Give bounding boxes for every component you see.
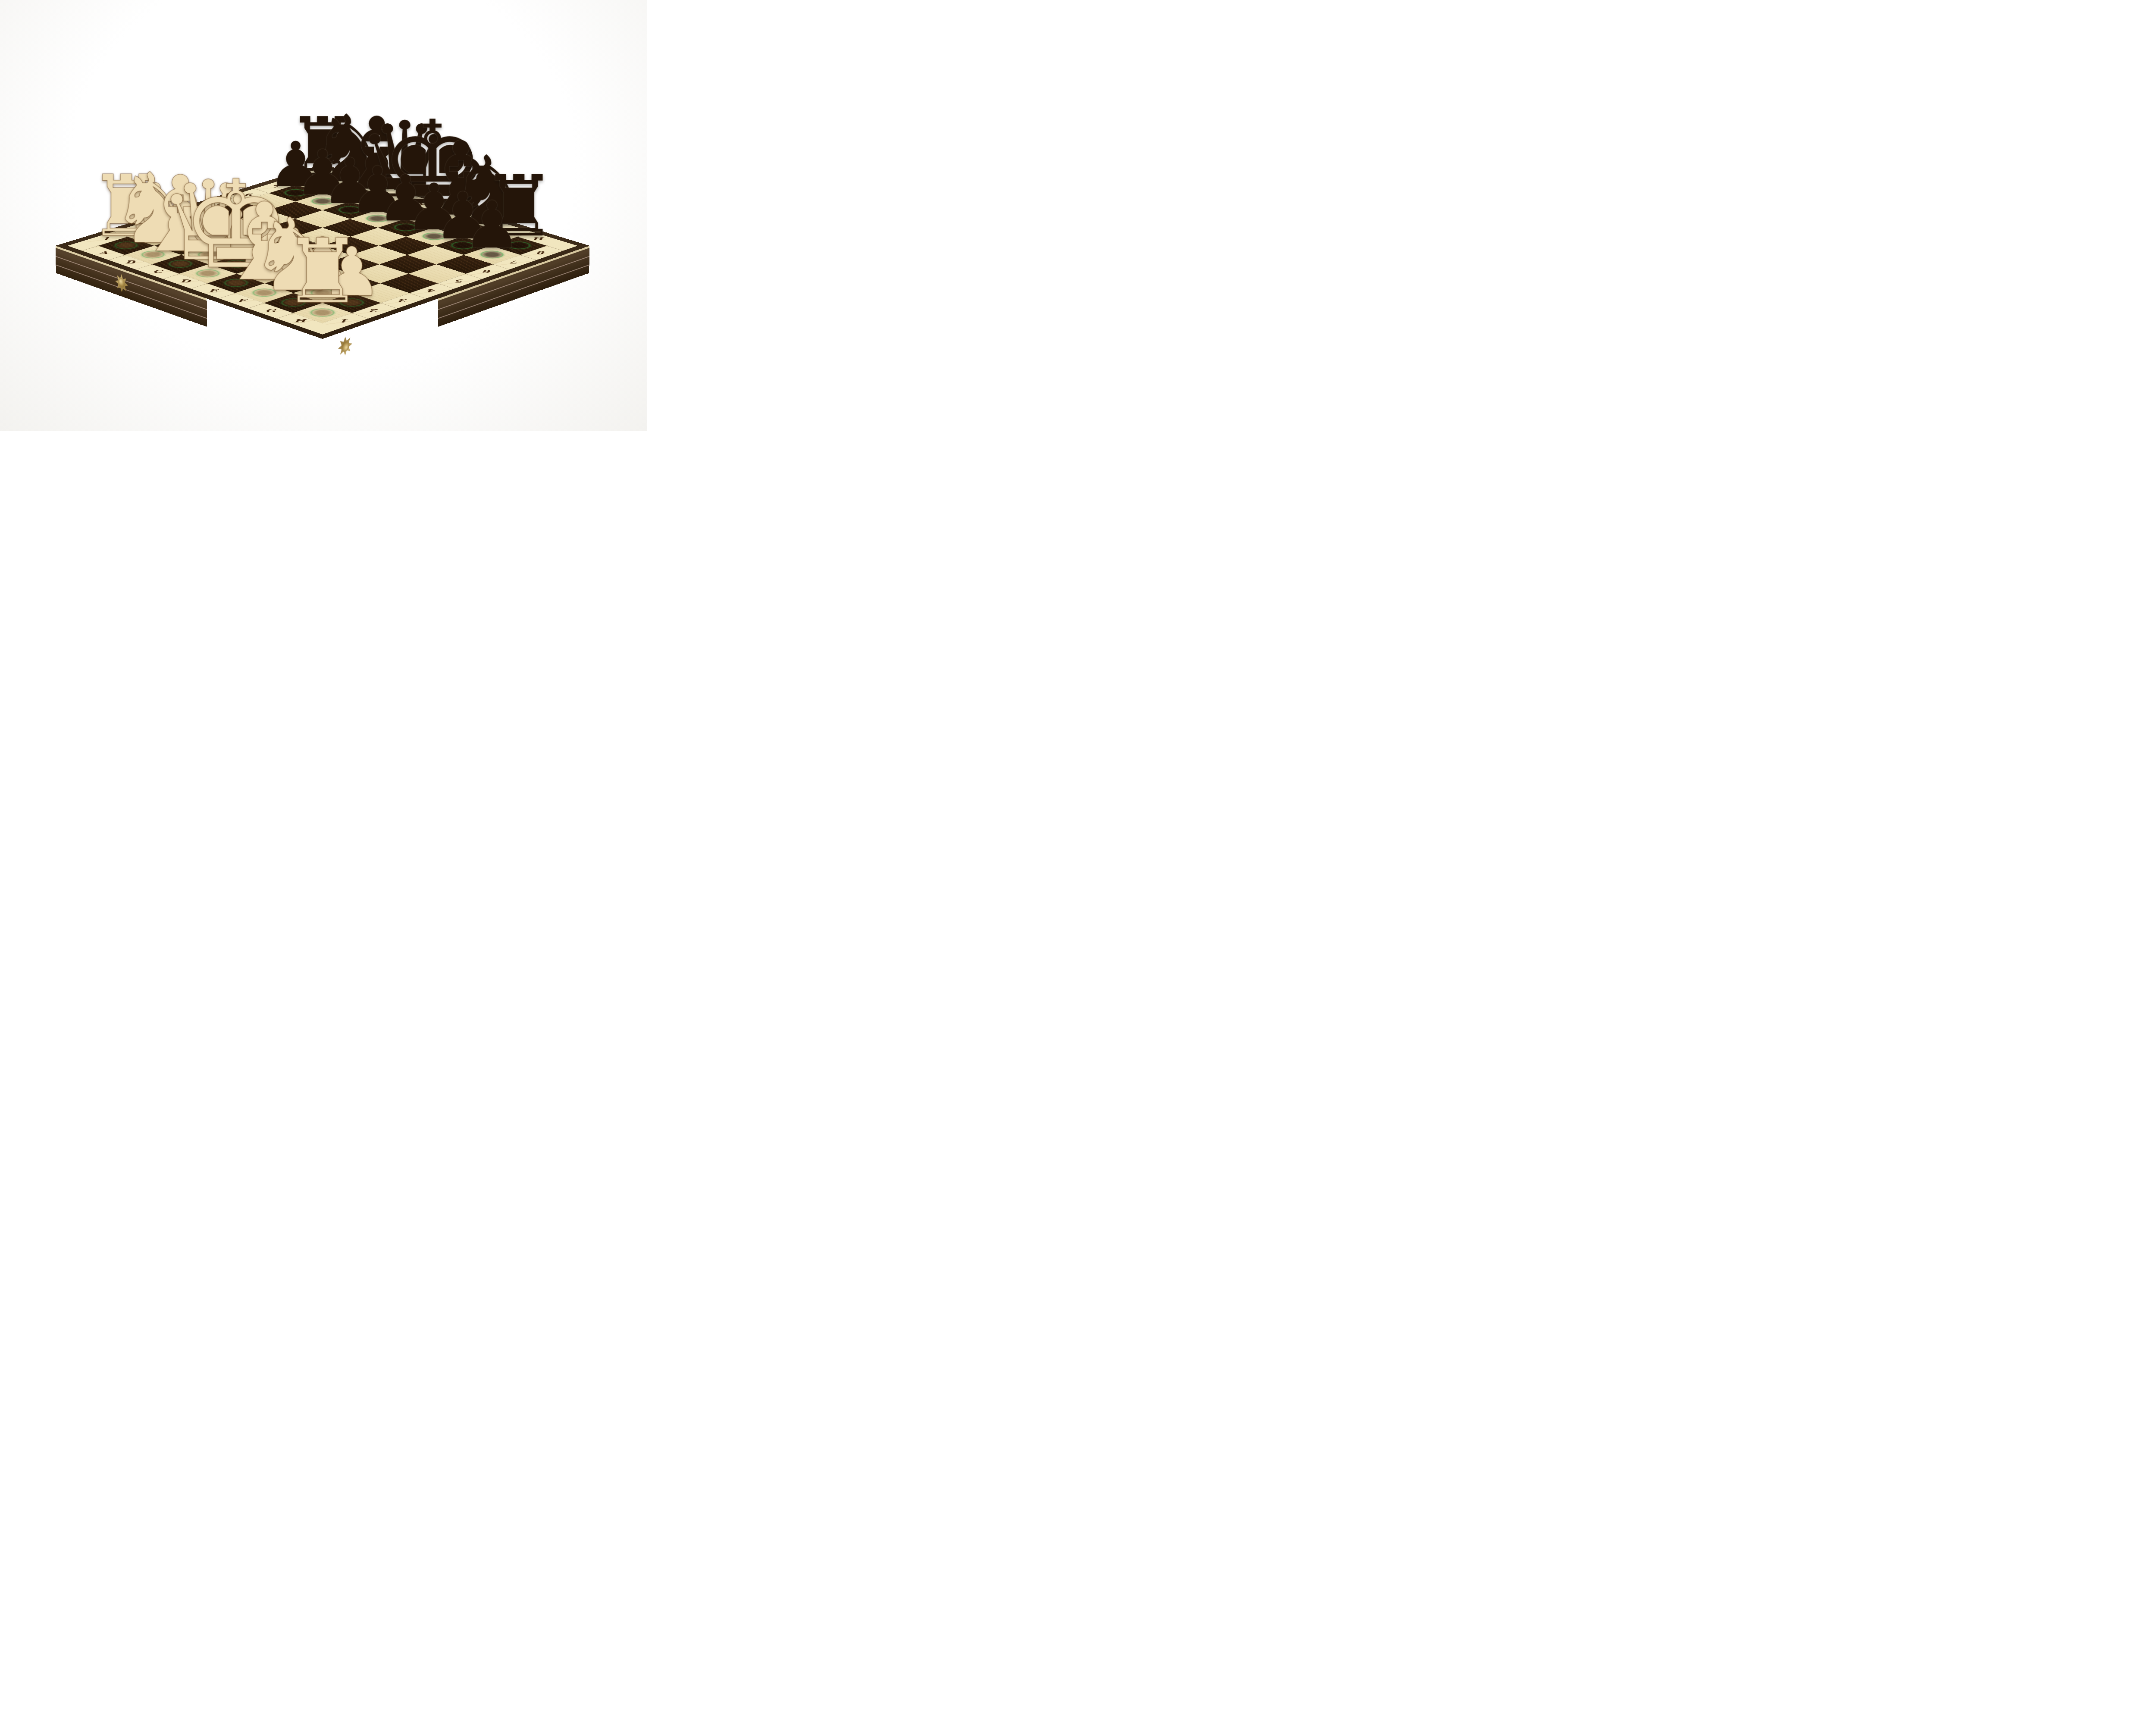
rank-label-7-right: 7: [510, 260, 519, 264]
file-label-h-front: H: [294, 318, 306, 323]
file-label-a-front: A: [99, 250, 109, 255]
rank-label-6-right: 6: [483, 269, 492, 274]
rank-label-1-right: 1: [341, 318, 350, 323]
rank-label-5-right: 5: [455, 279, 464, 283]
rank-label-2-right: 2: [370, 308, 379, 313]
chess-board: ♜♞♝♛♚♝♞♜♟♟♟♟♟♟♟♟♟♟♟♟♟♟♟♟♜♞♝♛♚♝♞♜ AA88BB7…: [56, 164, 590, 339]
board-ring: ♜♞♝♛♚♝♞♜♟♟♟♟♟♟♟♟♟♟♟♟♟♟♟♟♜♞♝♛♚♝♞♜ AA88BB7…: [68, 168, 577, 335]
photo-canvas: ♜♞♝♛♚♝♞♜♟♟♟♟♟♟♟♟♟♟♟♟♟♟♟♟♜♞♝♛♚♝♞♜ AA88BB7…: [0, 0, 647, 431]
rank-label-4-right: 4: [427, 288, 436, 293]
brass-clasp-icon: [338, 334, 352, 359]
black-pawn[interactable]: ♟: [463, 192, 521, 257]
white-rook[interactable]: ♜: [283, 227, 363, 316]
rank-label-3-right: 3: [399, 298, 407, 303]
file-label-f-front: F: [237, 298, 246, 303]
file-label-g-front: G: [265, 308, 276, 313]
brass-clasp-icon: [115, 271, 128, 295]
rank-label-8-right: 8: [537, 250, 546, 255]
scene: ♜♞♝♛♚♝♞♜♟♟♟♟♟♟♟♟♟♟♟♟♟♟♟♟♜♞♝♛♚♝♞♜ AA88BB7…: [0, 0, 647, 431]
